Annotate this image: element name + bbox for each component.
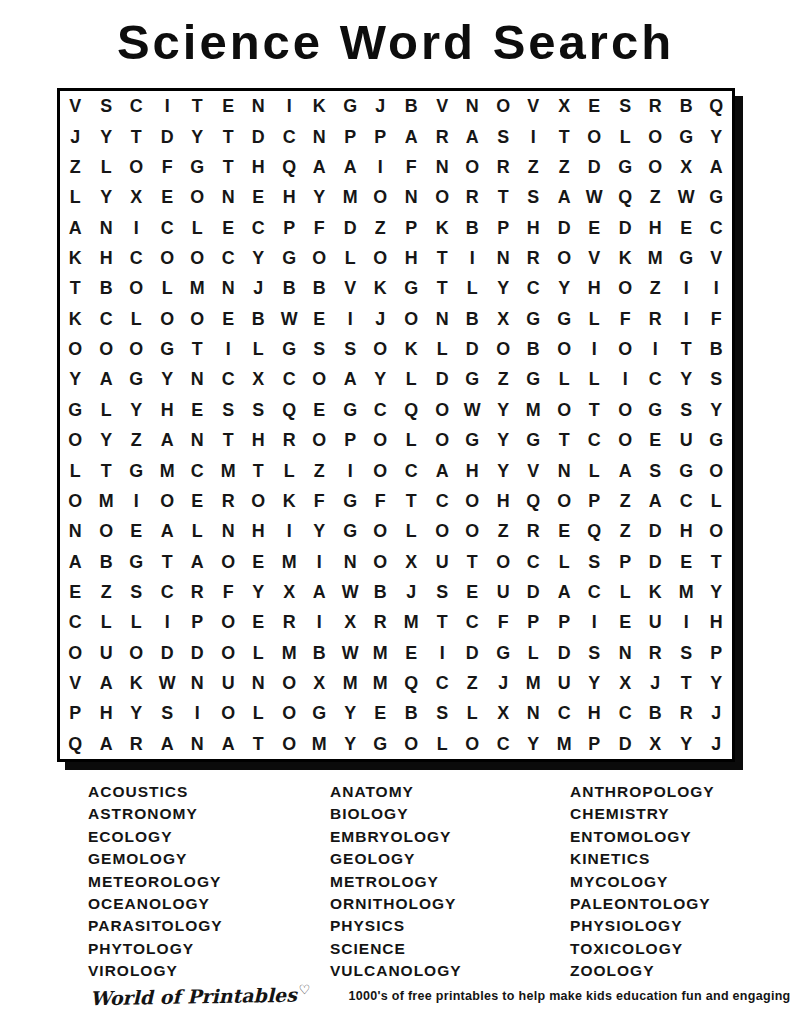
grid-cell[interactable]: I	[275, 91, 304, 121]
grid-cell[interactable]: Y	[91, 182, 120, 212]
grid-cell[interactable]: S	[641, 455, 670, 485]
grid-cell[interactable]: D	[611, 729, 640, 759]
grid-cell[interactable]: J	[641, 668, 670, 698]
grid-cell[interactable]: N	[611, 638, 640, 668]
grid-cell[interactable]: C	[366, 395, 395, 425]
grid-cell[interactable]: B	[519, 334, 548, 364]
grid-cell[interactable]: Y	[244, 577, 273, 607]
grid-cell[interactable]: N	[183, 729, 212, 759]
grid-cell[interactable]: M	[336, 668, 365, 698]
grid-cell[interactable]: P	[519, 607, 548, 637]
grid-cell[interactable]: Y	[489, 455, 518, 485]
grid-cell[interactable]: O	[275, 668, 304, 698]
grid-cell[interactable]: M	[214, 455, 243, 485]
grid-cell[interactable]: L	[336, 243, 365, 273]
grid-cell[interactable]: N	[489, 243, 518, 273]
grid-cell[interactable]: Z	[458, 668, 487, 698]
grid-cell[interactable]: E	[183, 395, 212, 425]
grid-cell[interactable]: C	[611, 698, 640, 728]
grid-cell[interactable]: L	[427, 729, 456, 759]
grid-cell[interactable]: O	[427, 516, 456, 546]
grid-cell[interactable]: K	[397, 334, 426, 364]
grid-cell[interactable]: S	[580, 638, 609, 668]
grid-cell[interactable]: C	[458, 607, 487, 637]
grid-cell[interactable]: O	[122, 638, 151, 668]
grid-cell[interactable]: L	[611, 121, 640, 151]
grid-cell[interactable]: L	[427, 334, 456, 364]
grid-cell[interactable]: D	[427, 364, 456, 394]
grid-cell[interactable]: G	[183, 152, 212, 182]
grid-cell[interactable]: E	[122, 516, 151, 546]
grid-cell[interactable]: T	[672, 334, 701, 364]
grid-cell[interactable]: P	[61, 698, 90, 728]
grid-cell[interactable]: N	[61, 516, 90, 546]
grid-cell[interactable]: D	[183, 638, 212, 668]
grid-cell[interactable]: Z	[305, 455, 334, 485]
grid-cell[interactable]: O	[366, 425, 395, 455]
grid-cell[interactable]: V	[519, 91, 548, 121]
grid-cell[interactable]: O	[702, 455, 731, 485]
grid-cell[interactable]: S	[672, 395, 701, 425]
grid-cell[interactable]: M	[641, 243, 670, 273]
grid-cell[interactable]: X	[672, 152, 701, 182]
grid-cell[interactable]: Y	[489, 395, 518, 425]
grid-cell[interactable]: G	[672, 455, 701, 485]
grid-cell[interactable]: C	[61, 607, 90, 637]
grid-cell[interactable]: R	[641, 91, 670, 121]
grid-cell[interactable]: R	[214, 486, 243, 516]
grid-cell[interactable]: Y	[336, 729, 365, 759]
grid-cell[interactable]: F	[366, 486, 395, 516]
grid-cell[interactable]: L	[91, 152, 120, 182]
grid-cell[interactable]: S	[489, 121, 518, 151]
grid-cell[interactable]: U	[91, 638, 120, 668]
grid-cell[interactable]: O	[366, 334, 395, 364]
grid-cell[interactable]: D	[641, 546, 670, 576]
grid-cell[interactable]: Z	[611, 516, 640, 546]
grid-cell[interactable]: O	[366, 516, 395, 546]
grid-cell[interactable]: L	[122, 607, 151, 637]
grid-cell[interactable]: C	[519, 546, 548, 576]
grid-cell[interactable]: O	[214, 698, 243, 728]
grid-cell[interactable]: T	[550, 121, 579, 151]
grid-cell[interactable]: W	[458, 395, 487, 425]
grid-cell[interactable]: M	[275, 546, 304, 576]
grid-cell[interactable]: Y	[702, 668, 731, 698]
grid-cell[interactable]: A	[153, 425, 182, 455]
grid-cell[interactable]: E	[214, 91, 243, 121]
grid-cell[interactable]: F	[305, 212, 334, 242]
grid-cell[interactable]: L	[550, 546, 579, 576]
grid-cell[interactable]: L	[458, 273, 487, 303]
grid-cell[interactable]: O	[550, 334, 579, 364]
grid-cell[interactable]: L	[122, 304, 151, 334]
grid-cell[interactable]: Y	[122, 395, 151, 425]
grid-cell[interactable]: S	[153, 698, 182, 728]
grid-cell[interactable]: E	[244, 182, 273, 212]
grid-cell[interactable]: B	[397, 91, 426, 121]
grid-cell[interactable]: N	[214, 516, 243, 546]
grid-cell[interactable]: B	[275, 273, 304, 303]
grid-cell[interactable]: C	[702, 212, 731, 242]
grid-cell[interactable]: M	[366, 638, 395, 668]
grid-cell[interactable]: A	[336, 152, 365, 182]
grid-cell[interactable]: D	[153, 121, 182, 151]
grid-cell[interactable]: C	[519, 273, 548, 303]
grid-cell[interactable]: O	[305, 425, 334, 455]
grid-cell[interactable]: D	[611, 212, 640, 242]
grid-cell[interactable]: Z	[91, 577, 120, 607]
grid-cell[interactable]: O	[489, 546, 518, 576]
grid-cell[interactable]: C	[183, 455, 212, 485]
grid-cell[interactable]: B	[91, 273, 120, 303]
grid-cell[interactable]: U	[672, 425, 701, 455]
grid-cell[interactable]: H	[244, 425, 273, 455]
grid-cell[interactable]: G	[275, 334, 304, 364]
grid-cell[interactable]: O	[61, 425, 90, 455]
grid-cell[interactable]: Z	[489, 516, 518, 546]
grid-cell[interactable]: L	[397, 364, 426, 394]
grid-cell[interactable]: K	[61, 243, 90, 273]
grid-cell[interactable]: K	[641, 577, 670, 607]
grid-cell[interactable]: T	[489, 182, 518, 212]
grid-cell[interactable]: G	[672, 243, 701, 273]
grid-cell[interactable]: O	[61, 638, 90, 668]
grid-cell[interactable]: O	[611, 395, 640, 425]
grid-cell[interactable]: K	[366, 273, 395, 303]
grid-cell[interactable]: X	[244, 364, 273, 394]
grid-cell[interactable]: X	[611, 668, 640, 698]
grid-cell[interactable]: A	[336, 364, 365, 394]
grid-cell[interactable]: G	[702, 182, 731, 212]
grid-cell[interactable]: N	[214, 182, 243, 212]
grid-cell[interactable]: D	[458, 638, 487, 668]
grid-cell[interactable]: T	[244, 455, 273, 485]
grid-cell[interactable]: W	[275, 304, 304, 334]
grid-cell[interactable]: S	[305, 334, 334, 364]
grid-cell[interactable]: T	[183, 334, 212, 364]
grid-cell[interactable]: Y	[489, 273, 518, 303]
grid-cell[interactable]: S	[672, 638, 701, 668]
grid-cell[interactable]: C	[641, 364, 670, 394]
grid-cell[interactable]: K	[122, 668, 151, 698]
grid-cell[interactable]: A	[427, 455, 456, 485]
grid-cell[interactable]: I	[702, 273, 731, 303]
grid-cell[interactable]: I	[580, 334, 609, 364]
grid-cell[interactable]: X	[122, 182, 151, 212]
grid-cell[interactable]: R	[672, 698, 701, 728]
grid-cell[interactable]: N	[183, 425, 212, 455]
grid-cell[interactable]: M	[366, 668, 395, 698]
grid-cell[interactable]: J	[366, 304, 395, 334]
grid-cell[interactable]: R	[275, 607, 304, 637]
grid-cell[interactable]: A	[702, 152, 731, 182]
grid-cell[interactable]: T	[702, 546, 731, 576]
grid-cell[interactable]: C	[153, 212, 182, 242]
grid-cell[interactable]: G	[702, 425, 731, 455]
grid-cell[interactable]: G	[153, 334, 182, 364]
grid-cell[interactable]: W	[580, 182, 609, 212]
grid-cell[interactable]: H	[641, 212, 670, 242]
grid-cell[interactable]: O	[61, 486, 90, 516]
grid-cell[interactable]: J	[702, 729, 731, 759]
grid-cell[interactable]: T	[427, 607, 456, 637]
grid-cell[interactable]: K	[611, 243, 640, 273]
grid-cell[interactable]: V	[336, 273, 365, 303]
grid-cell[interactable]: Y	[702, 121, 731, 151]
grid-cell[interactable]: H	[244, 152, 273, 182]
grid-cell[interactable]: D	[641, 516, 670, 546]
grid-cell[interactable]: A	[214, 729, 243, 759]
grid-cell[interactable]: I	[366, 152, 395, 182]
grid-cell[interactable]: A	[61, 212, 90, 242]
grid-cell[interactable]: C	[153, 577, 182, 607]
grid-cell[interactable]: L	[458, 698, 487, 728]
grid-cell[interactable]: T	[427, 243, 456, 273]
grid-cell[interactable]: I	[580, 607, 609, 637]
grid-cell[interactable]: A	[91, 364, 120, 394]
grid-cell[interactable]: G	[458, 364, 487, 394]
grid-cell[interactable]: L	[244, 334, 273, 364]
grid-cell[interactable]: D	[244, 121, 273, 151]
grid-cell[interactable]: C	[122, 243, 151, 273]
grid-cell[interactable]: C	[244, 212, 273, 242]
grid-cell[interactable]: Q	[397, 395, 426, 425]
grid-cell[interactable]: G	[305, 698, 334, 728]
grid-cell[interactable]: R	[641, 638, 670, 668]
grid-cell[interactable]: E	[214, 304, 243, 334]
grid-cell[interactable]: A	[61, 546, 90, 576]
grid-cell[interactable]: X	[275, 577, 304, 607]
grid-cell[interactable]: D	[336, 212, 365, 242]
grid-cell[interactable]: X	[489, 698, 518, 728]
grid-cell[interactable]: P	[580, 729, 609, 759]
grid-cell[interactable]: N	[305, 121, 334, 151]
grid-cell[interactable]: A	[550, 577, 579, 607]
grid-cell[interactable]: T	[91, 455, 120, 485]
grid-cell[interactable]: M	[91, 486, 120, 516]
grid-cell[interactable]: Y	[489, 425, 518, 455]
grid-cell[interactable]: L	[397, 425, 426, 455]
grid-cell[interactable]: E	[672, 546, 701, 576]
grid-cell[interactable]: C	[275, 364, 304, 394]
grid-cell[interactable]: G	[458, 425, 487, 455]
grid-cell[interactable]: A	[550, 182, 579, 212]
grid-cell[interactable]: Y	[153, 364, 182, 394]
grid-cell[interactable]: R	[427, 121, 456, 151]
grid-cell[interactable]: O	[366, 182, 395, 212]
grid-cell[interactable]: O	[580, 121, 609, 151]
grid-cell[interactable]: S	[244, 395, 273, 425]
grid-cell[interactable]: Q	[519, 486, 548, 516]
grid-cell[interactable]: Z	[366, 212, 395, 242]
grid-cell[interactable]: E	[305, 395, 334, 425]
grid-cell[interactable]: S	[580, 546, 609, 576]
grid-cell[interactable]: O	[427, 182, 456, 212]
grid-cell[interactable]: L	[580, 364, 609, 394]
grid-cell[interactable]: V	[580, 243, 609, 273]
grid-cell[interactable]: P	[580, 486, 609, 516]
grid-cell[interactable]: I	[122, 212, 151, 242]
grid-cell[interactable]: O	[153, 243, 182, 273]
grid-cell[interactable]: Y	[550, 273, 579, 303]
grid-cell[interactable]: U	[550, 668, 579, 698]
grid-cell[interactable]: H	[397, 243, 426, 273]
grid-cell[interactable]: O	[244, 486, 273, 516]
grid-cell[interactable]: C	[427, 668, 456, 698]
grid-cell[interactable]: L	[61, 182, 90, 212]
grid-cell[interactable]: S	[427, 698, 456, 728]
grid-cell[interactable]: U	[427, 546, 456, 576]
grid-cell[interactable]: K	[61, 304, 90, 334]
grid-cell[interactable]: Z	[122, 425, 151, 455]
grid-cell[interactable]: X	[550, 91, 579, 121]
grid-cell[interactable]: J	[702, 698, 731, 728]
grid-cell[interactable]: L	[550, 364, 579, 394]
grid-cell[interactable]: D	[153, 638, 182, 668]
grid-cell[interactable]: J	[244, 273, 273, 303]
grid-cell[interactable]: S	[611, 91, 640, 121]
grid-cell[interactable]: C	[214, 243, 243, 273]
grid-cell[interactable]: O	[122, 334, 151, 364]
grid-cell[interactable]: F	[611, 304, 640, 334]
grid-cell[interactable]: Y	[519, 729, 548, 759]
grid-cell[interactable]: G	[672, 121, 701, 151]
grid-cell[interactable]: H	[702, 607, 731, 637]
grid-cell[interactable]: I	[641, 334, 670, 364]
grid-cell[interactable]: L	[244, 638, 273, 668]
grid-cell[interactable]: J	[366, 91, 395, 121]
grid-cell[interactable]: M	[183, 273, 212, 303]
grid-cell[interactable]: Q	[275, 395, 304, 425]
grid-cell[interactable]: E	[153, 182, 182, 212]
grid-cell[interactable]: F	[489, 607, 518, 637]
grid-cell[interactable]: Z	[61, 152, 90, 182]
grid-cell[interactable]: F	[214, 577, 243, 607]
grid-cell[interactable]: O	[275, 698, 304, 728]
grid-cell[interactable]: G	[489, 638, 518, 668]
grid-cell[interactable]: L	[183, 212, 212, 242]
grid-cell[interactable]: O	[458, 516, 487, 546]
grid-cell[interactable]: V	[519, 455, 548, 485]
grid-cell[interactable]: O	[702, 516, 731, 546]
grid-cell[interactable]: R	[519, 243, 548, 273]
grid-cell[interactable]: C	[580, 425, 609, 455]
grid-cell[interactable]: P	[550, 607, 579, 637]
grid-cell[interactable]: O	[122, 152, 151, 182]
grid-cell[interactable]: Q	[580, 516, 609, 546]
grid-cell[interactable]: O	[91, 516, 120, 546]
grid-cell[interactable]: R	[519, 516, 548, 546]
grid-cell[interactable]: O	[427, 395, 456, 425]
grid-cell[interactable]: N	[519, 698, 548, 728]
grid-cell[interactable]: Y	[244, 243, 273, 273]
grid-cell[interactable]: P	[489, 212, 518, 242]
grid-cell[interactable]: U	[214, 668, 243, 698]
grid-cell[interactable]: F	[305, 486, 334, 516]
grid-cell[interactable]: E	[61, 577, 90, 607]
grid-cell[interactable]: H	[91, 698, 120, 728]
grid-cell[interactable]: H	[519, 212, 548, 242]
grid-cell[interactable]: O	[550, 395, 579, 425]
grid-cell[interactable]: Z	[641, 273, 670, 303]
grid-cell[interactable]: G	[641, 395, 670, 425]
grid-cell[interactable]: V	[702, 243, 731, 273]
grid-cell[interactable]: X	[305, 668, 334, 698]
grid-cell[interactable]: X	[489, 304, 518, 334]
grid-cell[interactable]: G	[336, 516, 365, 546]
grid-cell[interactable]: T	[580, 395, 609, 425]
grid-cell[interactable]: I	[336, 455, 365, 485]
grid-cell[interactable]: I	[275, 516, 304, 546]
grid-cell[interactable]: A	[153, 516, 182, 546]
grid-cell[interactable]: O	[305, 364, 334, 394]
grid-cell[interactable]: G	[275, 243, 304, 273]
grid-cell[interactable]: H	[458, 455, 487, 485]
grid-cell[interactable]: O	[183, 182, 212, 212]
grid-cell[interactable]: I	[336, 304, 365, 334]
grid-cell[interactable]: H	[580, 698, 609, 728]
grid-cell[interactable]: G	[397, 273, 426, 303]
grid-cell[interactable]: T	[122, 121, 151, 151]
grid-cell[interactable]: I	[122, 486, 151, 516]
grid-cell[interactable]: J	[397, 577, 426, 607]
grid-cell[interactable]: D	[550, 638, 579, 668]
grid-cell[interactable]: I	[519, 121, 548, 151]
grid-cell[interactable]: A	[305, 577, 334, 607]
grid-cell[interactable]: B	[458, 212, 487, 242]
grid-cell[interactable]: B	[397, 698, 426, 728]
grid-cell[interactable]: N	[91, 212, 120, 242]
grid-cell[interactable]: Q	[702, 91, 731, 121]
grid-cell[interactable]: G	[550, 304, 579, 334]
grid-cell[interactable]: G	[122, 546, 151, 576]
grid-cell[interactable]: O	[366, 455, 395, 485]
grid-cell[interactable]: O	[305, 243, 334, 273]
grid-cell[interactable]: J	[61, 121, 90, 151]
grid-cell[interactable]: B	[672, 91, 701, 121]
grid-cell[interactable]: H	[91, 243, 120, 273]
grid-cell[interactable]: Z	[489, 364, 518, 394]
grid-cell[interactable]: E	[305, 304, 334, 334]
grid-cell[interactable]: A	[641, 486, 670, 516]
grid-cell[interactable]: M	[550, 729, 579, 759]
grid-cell[interactable]: I	[458, 243, 487, 273]
grid-cell[interactable]: N	[427, 152, 456, 182]
grid-cell[interactable]: V	[61, 668, 90, 698]
grid-cell[interactable]: B	[305, 638, 334, 668]
grid-cell[interactable]: M	[397, 607, 426, 637]
grid-cell[interactable]: Y	[336, 698, 365, 728]
grid-cell[interactable]: P	[366, 121, 395, 151]
grid-cell[interactable]: B	[91, 546, 120, 576]
grid-cell[interactable]: T	[153, 546, 182, 576]
grid-cell[interactable]: T	[214, 121, 243, 151]
grid-cell[interactable]: B	[458, 304, 487, 334]
grid-cell[interactable]: O	[153, 486, 182, 516]
grid-cell[interactable]: O	[397, 304, 426, 334]
grid-cell[interactable]: O	[183, 304, 212, 334]
grid-cell[interactable]: V	[427, 91, 456, 121]
grid-cell[interactable]: M	[336, 182, 365, 212]
grid-cell[interactable]: E	[672, 212, 701, 242]
grid-cell[interactable]: G	[611, 152, 640, 182]
grid-cell[interactable]: O	[641, 121, 670, 151]
grid-cell[interactable]: B	[305, 273, 334, 303]
grid-cell[interactable]: P	[275, 212, 304, 242]
grid-cell[interactable]: A	[611, 455, 640, 485]
grid-cell[interactable]: O	[427, 425, 456, 455]
